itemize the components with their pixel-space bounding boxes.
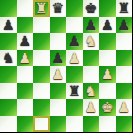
square-c1[interactable]	[33, 116, 50, 133]
white-pawn[interactable]: ♟	[101, 66, 114, 82]
square-c4[interactable]	[33, 66, 50, 83]
square-f5[interactable]	[83, 50, 100, 67]
black-queen[interactable]: ♛	[51, 0, 64, 16]
square-a3[interactable]	[0, 83, 17, 100]
square-d1[interactable]	[50, 116, 67, 133]
square-g2[interactable]: ♚	[99, 99, 116, 116]
square-e1[interactable]	[66, 116, 83, 133]
square-g8[interactable]	[99, 0, 116, 17]
square-e6[interactable]: ♟	[66, 33, 83, 50]
square-b5[interactable]: ♟	[17, 50, 34, 67]
square-b1[interactable]	[17, 116, 34, 133]
square-b2[interactable]	[17, 99, 34, 116]
square-h3[interactable]	[116, 83, 133, 100]
square-g4[interactable]: ♟	[99, 66, 116, 83]
square-c7[interactable]	[33, 17, 50, 34]
square-d3[interactable]	[50, 83, 67, 100]
square-a4[interactable]	[0, 66, 17, 83]
black-pawn[interactable]: ♟	[51, 50, 64, 66]
square-b3[interactable]	[17, 83, 34, 100]
square-d4[interactable]: ♟	[50, 66, 67, 83]
square-e2[interactable]	[66, 99, 83, 116]
square-d5[interactable]: ♟	[50, 50, 67, 67]
square-f7[interactable]: ♟	[83, 17, 100, 34]
square-h4[interactable]	[116, 66, 133, 83]
white-knight[interactable]: ♞	[84, 33, 97, 49]
black-king[interactable]: ♚	[84, 0, 97, 16]
square-g7[interactable]: ♟	[99, 17, 116, 34]
black-pawn[interactable]: ♟	[101, 17, 114, 33]
square-h6[interactable]	[116, 33, 133, 50]
white-pawn[interactable]: ♟	[84, 99, 97, 115]
square-c3[interactable]	[33, 83, 50, 100]
square-h2[interactable]: ♟	[116, 99, 133, 116]
square-f6[interactable]: ♞	[83, 33, 100, 50]
black-pawn[interactable]: ♟	[117, 17, 130, 33]
white-pawn[interactable]: ♟	[68, 50, 81, 66]
square-b4[interactable]	[17, 66, 34, 83]
square-d8[interactable]: ♛	[50, 0, 67, 17]
square-a6[interactable]	[0, 33, 17, 50]
square-a1[interactable]	[0, 116, 17, 133]
square-e8[interactable]	[66, 0, 83, 17]
square-c2[interactable]	[33, 99, 50, 116]
square-g5[interactable]	[99, 50, 116, 67]
black-pawn[interactable]: ♟	[68, 33, 81, 49]
square-f3[interactable]: ♞	[83, 83, 100, 100]
square-a2[interactable]	[0, 99, 17, 116]
square-d2[interactable]	[50, 99, 67, 116]
square-b6[interactable]: ♟	[17, 33, 34, 50]
square-f8[interactable]: ♚	[83, 0, 100, 17]
black-rook[interactable]: ♜	[68, 83, 81, 99]
black-pawn[interactable]: ♟	[18, 33, 31, 49]
square-e7[interactable]	[66, 17, 83, 34]
square-f4[interactable]	[83, 66, 100, 83]
square-c5[interactable]	[33, 50, 50, 67]
white-pawn[interactable]: ♟	[117, 99, 130, 115]
square-d7[interactable]	[50, 17, 67, 34]
white-pawn[interactable]: ♟	[18, 50, 31, 66]
square-g6[interactable]	[99, 33, 116, 50]
square-d6[interactable]	[50, 33, 67, 50]
white-rook[interactable]: ♜	[35, 0, 48, 16]
black-knight[interactable]: ♞	[2, 50, 15, 66]
square-b8[interactable]	[17, 0, 34, 17]
square-a7[interactable]: ♟	[0, 17, 17, 34]
square-e3[interactable]: ♜	[66, 83, 83, 100]
square-h8[interactable]: ♜	[116, 0, 133, 17]
chess-board: ♜♛♚♜♟♟♟♟♟♟♞♞♟♟♟♟♟♜♞♟♚♟	[0, 0, 132, 132]
square-b7[interactable]	[17, 17, 34, 34]
square-c8[interactable]: ♜	[33, 0, 50, 17]
black-rook[interactable]: ♜	[117, 0, 130, 16]
square-g1[interactable]	[99, 116, 116, 133]
square-f1[interactable]	[83, 116, 100, 133]
black-pawn[interactable]: ♟	[2, 17, 15, 33]
square-h5[interactable]	[116, 50, 133, 67]
white-king[interactable]: ♚	[101, 99, 114, 115]
white-knight[interactable]: ♞	[84, 83, 97, 99]
square-f2[interactable]: ♟	[83, 99, 100, 116]
square-h7[interactable]: ♟	[116, 17, 133, 34]
square-a5[interactable]: ♞	[0, 50, 17, 67]
square-c6[interactable]	[33, 33, 50, 50]
square-e5[interactable]: ♟	[66, 50, 83, 67]
white-pawn[interactable]: ♟	[51, 66, 64, 82]
square-a8[interactable]	[0, 0, 17, 17]
square-g3[interactable]	[99, 83, 116, 100]
square-h1[interactable]	[116, 116, 133, 133]
black-pawn[interactable]: ♟	[84, 17, 97, 33]
square-e4[interactable]	[66, 66, 83, 83]
